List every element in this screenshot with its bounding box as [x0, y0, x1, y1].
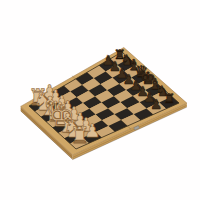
board-graphics — [21, 48, 187, 160]
chess-set-product-photo: ♜♞♝♛♚♝♞♜♟♟♟♟♟♟♟♟♟♟♟♟♟♟♟♟♜♞♝♛♚♝♞♜ — [0, 0, 200, 200]
chess-board — [0, 0, 200, 200]
